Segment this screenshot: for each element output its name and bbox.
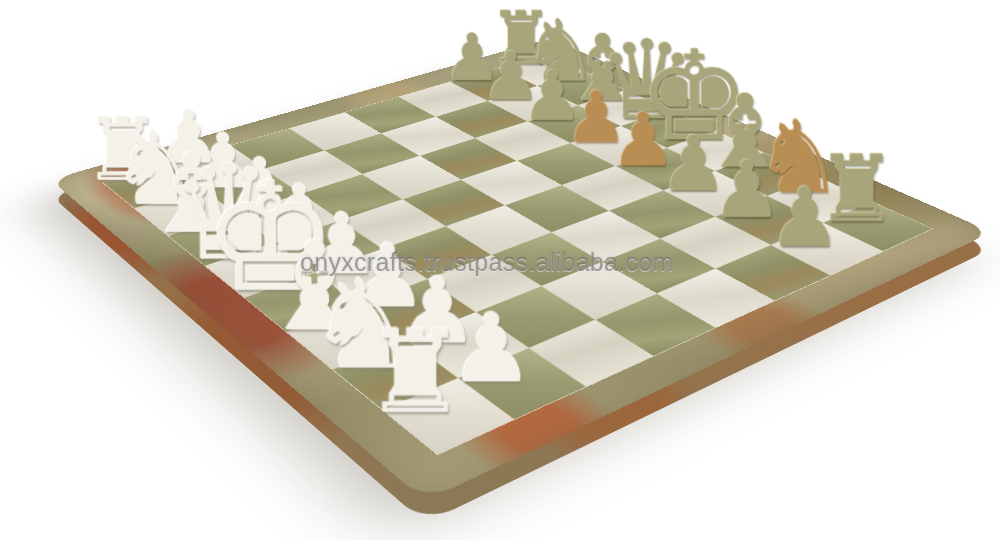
- square-a1: ♜: [103, 164, 200, 208]
- product-photo: ♜♞♝♛♚♝♞♜♟♟♟♟♟♟♟♟♟♟♟♟♟♟♟♟♜♞♝♛♚♝♞♜ onyxcra…: [0, 0, 1000, 540]
- piece-green-rook-a8: ♜: [430, 2, 613, 75]
- chess-board: ♜♞♝♛♚♝♞♜♟♟♟♟♟♟♟♟♟♟♟♟♟♟♟♟♜♞♝♛♚♝♞♜: [50, 38, 992, 501]
- board-frame: ♜♞♝♛♚♝♞♜♟♟♟♟♟♟♟♟♟♟♟♟♟♟♟♟♜♞♝♛♚♝♞♜: [50, 38, 992, 501]
- board-scene: ♜♞♝♛♚♝♞♜♟♟♟♟♟♟♟♟♟♟♟♟♟♟♟♟♜♞♝♛♚♝♞♜: [0, 0, 1000, 540]
- square-b1: ♞: [135, 188, 236, 235]
- piece-green-rook-h8: ♜: [742, 144, 971, 235]
- board-grid: ♜♞♝♛♚♝♞♜♟♟♟♟♟♟♟♟♟♟♟♟♟♟♟♟♜♞♝♛♚♝♞♜: [103, 54, 932, 454]
- square-h3: [530, 320, 653, 386]
- piece-white-rook-a1: ♜: [15, 107, 232, 194]
